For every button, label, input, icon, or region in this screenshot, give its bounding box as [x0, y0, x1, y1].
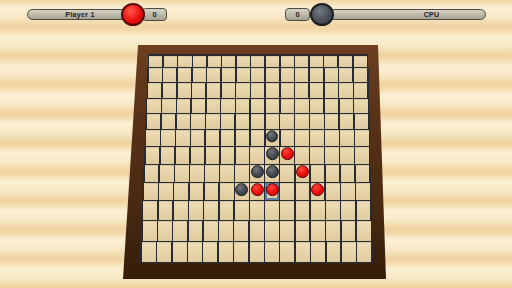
board-cell[interactable]	[162, 99, 175, 113]
board-cell[interactable]	[281, 99, 294, 113]
board-cell[interactable]	[222, 83, 235, 98]
board-cell[interactable]	[356, 183, 370, 200]
board-cell[interactable]	[355, 147, 368, 164]
board-cell[interactable]	[236, 83, 249, 98]
board-cell[interactable]	[190, 183, 204, 200]
board-cell[interactable]	[265, 242, 279, 262]
board-cell[interactable]	[221, 114, 234, 129]
board-cell[interactable]	[296, 221, 310, 241]
board-cell[interactable]	[296, 201, 310, 220]
board-cell[interactable]	[340, 114, 353, 129]
board-cell[interactable]	[176, 147, 189, 164]
board-cell[interactable]	[235, 183, 249, 200]
board-cell[interactable]	[189, 221, 203, 241]
board-cell[interactable]	[178, 83, 191, 98]
board-cell[interactable]	[325, 130, 338, 146]
board-cell[interactable]	[220, 183, 234, 200]
cpu-dark-piece	[266, 165, 279, 178]
board-cell[interactable]	[207, 83, 220, 98]
board-cell[interactable]	[206, 147, 219, 164]
board-cell[interactable]	[310, 114, 323, 129]
board-cell[interactable]	[295, 99, 308, 113]
board-cell[interactable]	[341, 165, 355, 182]
board-row	[145, 114, 369, 130]
board-cell[interactable]	[325, 68, 338, 82]
board-cell[interactable]	[340, 147, 353, 164]
board-row	[145, 130, 370, 147]
board-cell[interactable]	[266, 83, 279, 98]
board-cell[interactable]	[326, 221, 340, 241]
board-row	[147, 68, 368, 83]
board-cell[interactable]	[142, 242, 156, 262]
player-score-chip: 0	[142, 8, 167, 21]
board-cell[interactable]	[280, 201, 294, 220]
board-cell[interactable]	[221, 147, 234, 164]
board-cell[interactable]	[191, 130, 204, 146]
board-cell[interactable]	[173, 221, 187, 241]
game-screen: Player 1 0 0 CPU	[0, 0, 512, 288]
board-cell[interactable]	[149, 68, 162, 82]
board-cell[interactable]	[280, 165, 294, 182]
board-cell[interactable]	[311, 242, 325, 262]
board-cell[interactable]	[310, 130, 323, 146]
board-cell[interactable]	[324, 56, 337, 67]
board-cell[interactable]	[281, 130, 294, 146]
board-row	[147, 83, 369, 99]
board-cell[interactable]	[221, 130, 234, 146]
board-cell[interactable]	[342, 242, 356, 262]
board-cell[interactable]	[148, 83, 161, 98]
board-row	[143, 165, 370, 183]
board-cell[interactable]	[237, 68, 250, 82]
board-cell[interactable]	[251, 114, 264, 129]
board-cell[interactable]	[222, 68, 235, 82]
board-cell[interactable]	[266, 99, 279, 113]
board-cell[interactable]	[220, 201, 234, 220]
board-cell[interactable]	[207, 99, 220, 113]
board-cell[interactable]	[219, 221, 233, 241]
board-cell[interactable]	[173, 242, 187, 262]
board-cell[interactable]	[281, 68, 294, 82]
board-cell[interactable]	[188, 242, 202, 262]
board-cell[interactable]	[310, 56, 323, 67]
board-cell[interactable]	[161, 147, 174, 164]
board-cell[interactable]	[354, 83, 367, 98]
board-cell[interactable]	[356, 165, 370, 182]
board-cell[interactable]	[326, 165, 340, 182]
board-cell[interactable]	[251, 130, 264, 146]
board-cell[interactable]	[220, 165, 234, 182]
cpu-score-value: 0	[295, 10, 299, 19]
cpu-dark-piece	[266, 130, 278, 142]
board-cell-last-move[interactable]	[265, 183, 279, 200]
board-cell[interactable]	[326, 183, 340, 200]
board-cell[interactable]	[310, 147, 323, 164]
board-cell[interactable]	[207, 68, 220, 82]
board-cell[interactable]	[250, 201, 264, 220]
board-cell[interactable]	[326, 201, 340, 220]
board-cell[interactable]	[193, 56, 206, 67]
board-cell[interactable]	[160, 165, 174, 182]
board-cell[interactable]	[144, 183, 158, 200]
board-cell[interactable]	[205, 183, 219, 200]
player-piece-icon	[121, 3, 145, 26]
player-name-plate: Player 1	[27, 9, 133, 20]
board-cell[interactable]	[295, 130, 308, 146]
board-cell[interactable]	[189, 201, 203, 220]
board-cell[interactable]	[147, 114, 160, 129]
cpu-piece-icon	[310, 3, 334, 26]
board-cell[interactable]	[250, 183, 264, 200]
board-cell[interactable]	[295, 68, 308, 82]
board-cell[interactable]	[145, 165, 159, 182]
board-cell[interactable]	[234, 242, 248, 262]
cpu-dark-piece	[251, 165, 264, 178]
board-row	[141, 221, 372, 242]
board-cell[interactable]	[206, 114, 219, 129]
board-cell[interactable]	[236, 130, 249, 146]
board-cell[interactable]	[235, 165, 249, 182]
board-cell[interactable]	[325, 99, 338, 113]
board-cell[interactable]	[265, 221, 279, 241]
board-cell[interactable]	[163, 68, 176, 82]
game-board	[0, 0, 512, 288]
player-score-value: 0	[152, 10, 156, 19]
board-cell[interactable]	[159, 201, 173, 220]
board-cell[interactable]	[191, 114, 204, 129]
board-cell[interactable]	[235, 201, 249, 220]
board-cell[interactable]	[250, 147, 263, 164]
board-cell[interactable]	[143, 201, 157, 220]
board-cell[interactable]	[147, 99, 160, 113]
board-cell[interactable]	[206, 130, 219, 146]
board-cell[interactable]	[340, 99, 353, 113]
board-cell[interactable]	[159, 183, 173, 200]
board-cell[interactable]	[280, 183, 294, 200]
board-cell[interactable]	[191, 147, 204, 164]
board-cell[interactable]	[237, 56, 250, 67]
board-cell[interactable]	[174, 201, 188, 220]
board-cell[interactable]	[204, 221, 218, 241]
board-cell[interactable]	[221, 99, 234, 113]
board-cell[interactable]	[164, 56, 177, 67]
board-cell[interactable]	[354, 99, 367, 113]
board-cell[interactable]	[311, 183, 325, 200]
board-cell[interactable]	[327, 242, 341, 262]
board-row	[148, 54, 368, 68]
board-cell[interactable]	[281, 56, 294, 67]
board-row	[140, 242, 372, 263]
board-cell[interactable]	[158, 221, 172, 241]
player-red-piece	[281, 147, 294, 160]
board-cell[interactable]	[341, 183, 355, 200]
board-cell[interactable]	[174, 183, 188, 200]
board-cell[interactable]	[143, 221, 157, 241]
board-cell[interactable]	[250, 221, 264, 241]
board-cell[interactable]	[162, 114, 175, 129]
board-cell[interactable]	[208, 56, 221, 67]
board-cell[interactable]	[355, 130, 368, 146]
board-cell[interactable]	[146, 147, 159, 164]
board-cell[interactable]	[354, 56, 367, 67]
board-cell[interactable]	[146, 130, 159, 146]
board-row	[144, 147, 370, 165]
board-cell[interactable]	[310, 99, 323, 113]
board-cell[interactable]	[178, 56, 191, 67]
board-cell[interactable]	[310, 68, 323, 82]
board-cell[interactable]	[339, 68, 352, 82]
board-cell[interactable]	[204, 201, 218, 220]
board-cell[interactable]	[178, 68, 191, 82]
board-cell[interactable]	[355, 114, 368, 129]
board-cell[interactable]	[205, 165, 219, 182]
cpu-score-chip: 0	[285, 8, 310, 21]
player-name-label: Player 1	[65, 11, 94, 18]
cpu-dark-piece	[235, 183, 248, 196]
board-cell[interactable]	[266, 68, 279, 82]
board-cell[interactable]	[163, 83, 176, 98]
board-cell[interactable]	[192, 83, 205, 98]
board-cell[interactable]	[280, 114, 293, 129]
board-cell[interactable]	[325, 147, 338, 164]
board-cell[interactable]	[280, 242, 294, 262]
board-cell[interactable]	[236, 147, 249, 164]
board-cell[interactable]	[265, 165, 279, 182]
board-cell[interactable]	[296, 183, 310, 200]
board-cell[interactable]	[357, 242, 371, 262]
board-cell[interactable]	[266, 114, 279, 129]
board-row	[146, 99, 369, 114]
board-cell[interactable]	[281, 83, 294, 98]
board-cell[interactable]	[236, 114, 249, 129]
board-cell[interactable]	[310, 83, 323, 98]
board-cell[interactable]	[339, 83, 352, 98]
player-red-piece	[296, 165, 309, 178]
board-cell[interactable]	[219, 242, 233, 262]
board-cell[interactable]	[250, 165, 264, 182]
board-row	[142, 201, 372, 221]
board-cell[interactable]	[222, 56, 235, 67]
board-cell[interactable]	[250, 242, 264, 262]
board-cell[interactable]	[251, 83, 264, 98]
board-cell[interactable]	[311, 221, 325, 241]
board-cell[interactable]	[340, 130, 353, 146]
board-cell[interactable]	[296, 165, 310, 182]
board-cell[interactable]	[357, 201, 371, 220]
board-cell[interactable]	[341, 201, 355, 220]
board-cell[interactable]	[280, 221, 294, 241]
board-cell[interactable]	[311, 201, 325, 220]
board-cell[interactable]	[265, 147, 278, 164]
board-row	[143, 183, 372, 201]
board-cell[interactable]	[357, 221, 371, 241]
board-cell[interactable]	[234, 221, 248, 241]
board-cell[interactable]	[193, 68, 206, 82]
board-cell[interactable]	[342, 221, 356, 241]
board-cell[interactable]	[280, 147, 293, 164]
board-cell[interactable]	[295, 83, 308, 98]
board-cell[interactable]	[251, 99, 264, 113]
player-red-piece	[266, 183, 279, 196]
board-cell[interactable]	[339, 56, 352, 67]
board-cell[interactable]	[161, 130, 174, 146]
board-cell[interactable]	[192, 99, 205, 113]
board-cell[interactable]	[295, 147, 308, 164]
board-cell[interactable]	[149, 56, 162, 67]
cpu-name-plate: CPU	[322, 9, 486, 20]
board-cell[interactable]	[296, 242, 310, 262]
board-cell[interactable]	[325, 114, 338, 129]
cpu-name-label: CPU	[424, 11, 440, 18]
board-cell[interactable]	[175, 165, 189, 182]
board-cell[interactable]	[266, 130, 279, 146]
board-cell[interactable]	[203, 242, 217, 262]
board-cell[interactable]	[311, 165, 325, 182]
player-red-piece	[311, 183, 324, 196]
board-cell[interactable]	[295, 114, 308, 129]
board-cell[interactable]	[176, 130, 189, 146]
board-cell[interactable]	[266, 56, 279, 67]
board-cell[interactable]	[325, 83, 338, 98]
board-cell[interactable]	[157, 242, 171, 262]
player-red-piece	[251, 183, 264, 196]
board-cell[interactable]	[251, 68, 264, 82]
board-cell[interactable]	[177, 99, 190, 113]
board-cell[interactable]	[177, 114, 190, 129]
board-cell[interactable]	[236, 99, 249, 113]
board-cell[interactable]	[251, 56, 264, 67]
board-cell[interactable]	[354, 68, 367, 82]
cpu-dark-piece	[266, 147, 279, 160]
board-cell[interactable]	[295, 56, 308, 67]
board-cell[interactable]	[265, 201, 279, 220]
board-cell[interactable]	[190, 165, 204, 182]
